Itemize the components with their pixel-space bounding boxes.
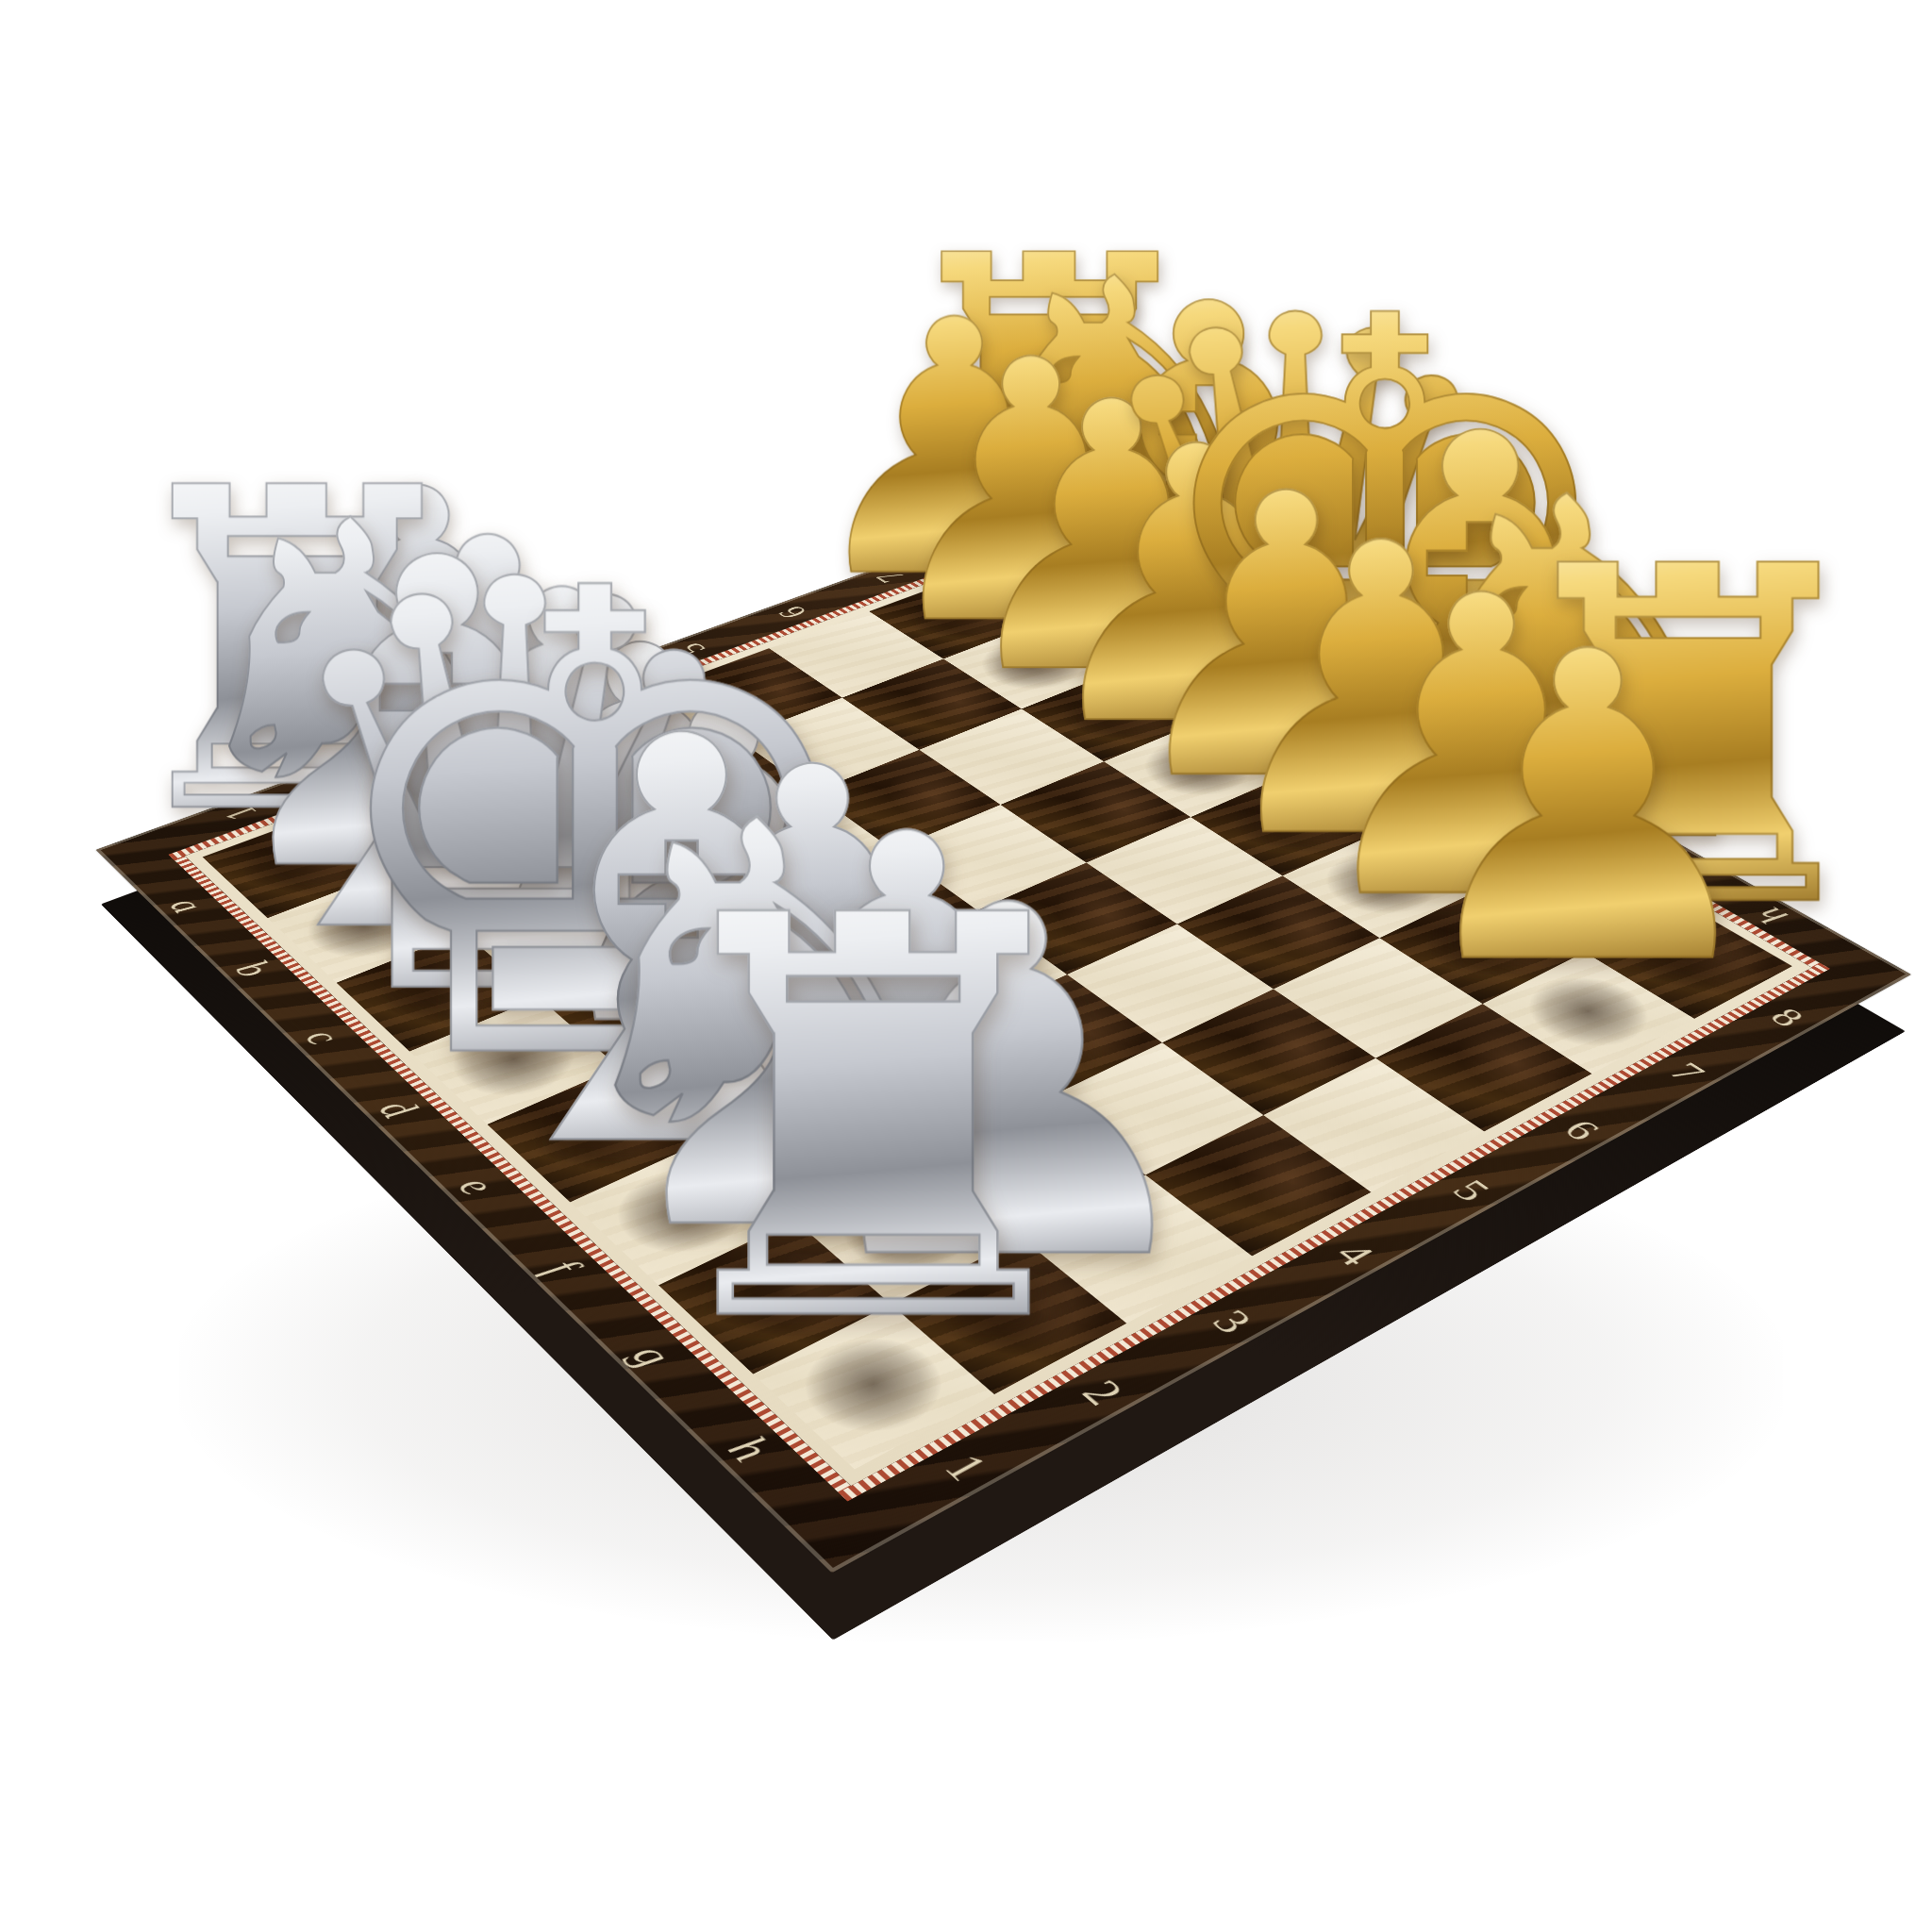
rook-glyph: ♜ (356, 859, 1391, 1384)
photo-scene: aabbccddeeffgghh1122334455667788 ♜♞♝♛♚♝♞… (0, 0, 1932, 1932)
piece-silver-rook-h1: ♜ (753, 1305, 994, 1470)
piece-gold-pawn-h7: ♟ (1483, 952, 1695, 1074)
